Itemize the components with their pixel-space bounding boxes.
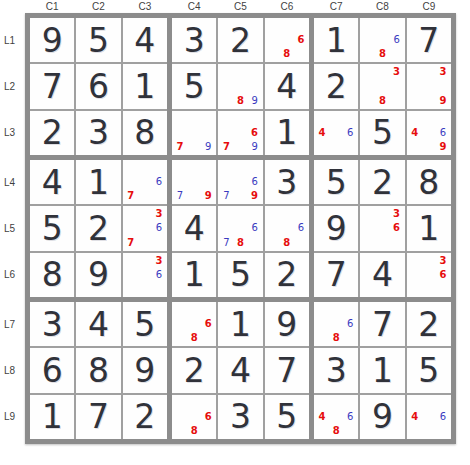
row-label-L1: L1 [0,18,25,62]
candidate-grid: 68 [315,303,357,345]
solved-digit: 5 [184,70,205,103]
cell-L2C6[interactable]: 4 [265,64,309,108]
candidate-8-red: 8 [233,94,247,108]
candidate-8-red: 8 [375,94,389,108]
solved-digit: 1 [134,70,155,103]
solved-digit: 2 [88,212,109,245]
cell-L7C3[interactable]: 5 [123,302,167,346]
cell-L5C2[interactable]: 2 [76,206,120,250]
box-8: 68192476835 [172,302,309,439]
solved-digit: 4 [42,166,63,199]
cell-L2C5[interactable]: 89 [218,64,262,108]
solved-digit: 2 [184,354,205,387]
cell-L2C2[interactable]: 6 [76,64,120,108]
cell-L8C4[interactable]: 2 [172,348,216,392]
box-9: 6872315468946 [314,302,451,439]
solved-digit: 2 [372,166,393,199]
solved-digit: 6 [88,70,109,103]
solved-digit: 2 [42,116,63,149]
column-label-C5: C5 [218,0,262,13]
cell-L7C4[interactable]: 68 [172,302,216,346]
solved-digit: 7 [42,70,63,103]
cell-L9C2[interactable]: 7 [76,395,120,439]
cell-L5C7[interactable]: 9 [314,206,358,250]
candidate-9-blue: 9 [248,94,262,108]
cell-L9C3[interactable]: 2 [123,395,167,439]
candidate-grid: 678 [219,207,261,249]
candidate-9-red: 9 [436,94,450,108]
solved-digit: 4 [372,258,393,291]
solved-digit: 5 [42,212,63,245]
candidate-3-red: 3 [436,65,450,79]
solved-digit: 5 [134,308,155,341]
box-7: 345689172 [30,302,167,439]
cell-L7C2[interactable]: 4 [76,302,120,346]
column-labels: C1C2C3C4C5C6C7C8C9 [25,0,456,13]
box-6: 52893617436 [314,160,451,297]
candidate-9-blue: 9 [201,140,215,154]
candidate-6-red: 6 [201,410,215,424]
box-2: 32685894796791 [172,18,309,155]
row-label-group: L4L5L6 [0,160,25,297]
solved-digit: 2 [134,400,155,433]
cell-L8C6[interactable]: 7 [265,348,309,392]
cell-L4C5[interactable]: 679 [218,160,262,204]
cell-L4C8[interactable]: 2 [360,160,404,204]
column-label-group: C4C5C6 [172,0,309,13]
candidate-grid: 679 [219,112,261,154]
candidate-8-red: 8 [187,331,201,345]
candidate-3-red: 3 [436,254,450,268]
candidate-9-red: 9 [201,189,215,203]
cell-L4C9[interactable]: 8 [407,160,451,204]
solved-digit: 1 [184,258,205,291]
cell-L5C3[interactable]: 367 [123,206,167,250]
row-label-L7: L7 [0,302,25,346]
candidate-grid: 67 [124,161,166,203]
cell-L2C7[interactable]: 2 [314,64,358,108]
cell-L6C3[interactable]: 36 [123,253,167,297]
box-1: 954761238 [30,18,167,155]
cell-L1C5[interactable]: 2 [218,18,262,62]
solved-digit: 7 [276,354,297,387]
solved-digit: 2 [276,258,297,291]
cell-L7C6[interactable]: 9 [265,302,309,346]
solved-digit: 7 [88,400,109,433]
cell-L4C1[interactable]: 4 [30,160,74,204]
candidate-8-red: 8 [233,236,247,250]
cell-L5C1[interactable]: 5 [30,206,74,250]
solved-digit: 1 [230,308,251,341]
solved-digit: 5 [372,116,393,149]
cell-L8C1[interactable]: 6 [30,348,74,392]
candidate-grid: 36 [408,254,450,296]
candidate-6-red: 6 [436,268,450,282]
candidate-6-red: 6 [248,126,262,140]
candidate-6-blue: 6 [343,410,357,424]
cell-L2C4[interactable]: 5 [172,64,216,108]
candidate-grid: 68 [173,303,215,345]
solved-digit: 8 [418,166,439,199]
solved-digit: 5 [418,354,439,387]
candidate-8-red: 8 [187,424,201,438]
solved-digit: 9 [276,308,297,341]
candidate-6-blue: 6 [294,221,308,235]
candidate-6-red: 6 [390,221,404,235]
cell-L3C2[interactable]: 3 [76,111,120,155]
cell-L6C1[interactable]: 8 [30,253,74,297]
candidate-grid: 468 [315,396,357,438]
cell-L3C8[interactable]: 5 [360,111,404,155]
candidate-9-blue: 9 [248,140,262,154]
cell-L6C7[interactable]: 7 [314,253,358,297]
cell-L7C9[interactable]: 2 [407,302,451,346]
cell-L5C5[interactable]: 678 [218,206,262,250]
cell-L9C9[interactable]: 46 [407,395,451,439]
solved-digit: 3 [276,166,297,199]
candidate-7-red: 7 [124,189,138,203]
cell-L6C4[interactable]: 1 [172,253,216,297]
row-label-L9: L9 [0,395,25,439]
candidate-3-red: 3 [152,207,166,221]
candidate-grid: 79 [173,161,215,203]
cell-L6C2[interactable]: 9 [76,253,120,297]
candidate-6-red: 6 [201,317,215,331]
solved-digit: 4 [134,24,155,57]
cell-L8C9[interactable]: 5 [407,348,451,392]
solved-digit: 1 [88,166,109,199]
candidate-7-red: 7 [124,236,138,250]
sudoku-board: 9547612383268589479679116872383946546941… [25,13,456,444]
cell-L2C9[interactable]: 39 [407,64,451,108]
candidate-4-red: 4 [408,410,422,424]
column-label-C2: C2 [76,0,120,13]
cell-L9C8[interactable]: 9 [360,395,404,439]
solved-digit: 4 [88,308,109,341]
candidate-6-blue: 6 [436,410,450,424]
column-label-C7: C7 [314,0,358,13]
cell-L5C4[interactable]: 4 [172,206,216,250]
cell-L4C4[interactable]: 79 [172,160,216,204]
candidate-7-blue: 7 [219,236,233,250]
candidate-6-blue: 6 [152,221,166,235]
candidate-7-blue: 7 [219,189,233,203]
cell-L1C2[interactable]: 5 [76,18,120,62]
candidate-9-red: 9 [248,189,262,203]
candidate-8-red: 8 [280,47,294,61]
column-label-C6: C6 [265,0,309,13]
cell-L4C7[interactable]: 5 [314,160,358,204]
cell-L9C7[interactable]: 468 [314,395,358,439]
candidate-4-red: 4 [315,410,329,424]
cell-L9C1[interactable]: 1 [30,395,74,439]
candidate-6-blue: 6 [436,126,450,140]
solved-digit: 4 [230,354,251,387]
candidate-grid: 79 [173,112,215,154]
cell-L8C8[interactable]: 1 [360,348,404,392]
box-3: 168723839465469 [314,18,451,155]
candidate-grid: 68 [173,396,215,438]
candidate-7-blue: 7 [173,189,187,203]
cell-L1C9[interactable]: 7 [407,18,451,62]
row-label-L4: L4 [0,160,25,204]
candidate-6-blue: 6 [343,317,357,331]
solved-digit: 3 [230,400,251,433]
cell-L3C7[interactable]: 46 [314,111,358,155]
candidate-8-red: 8 [280,236,294,250]
cell-L3C3[interactable]: 8 [123,111,167,155]
cell-L4C2[interactable]: 1 [76,160,120,204]
cell-L1C8[interactable]: 68 [360,18,404,62]
cell-L6C5[interactable]: 5 [218,253,262,297]
solved-digit: 7 [418,24,439,57]
solved-digit: 4 [184,212,205,245]
candidate-grid: 469 [408,112,450,154]
cell-L9C5[interactable]: 3 [218,395,262,439]
cell-L7C7[interactable]: 68 [314,302,358,346]
column-label-C8: C8 [360,0,404,13]
row-label-L3: L3 [0,111,25,155]
row-label-L5: L5 [0,206,25,250]
candidate-grid: 36 [361,207,403,249]
cell-L8C2[interactable]: 8 [76,348,120,392]
solved-digit: 6 [42,354,63,387]
solved-digit: 7 [326,258,347,291]
candidate-7-red: 7 [173,140,187,154]
solved-digit: 9 [326,212,347,245]
cell-L6C6[interactable]: 2 [265,253,309,297]
box-4: 4167523678936 [30,160,167,297]
solved-digit: 1 [326,24,347,57]
candidate-6-blue: 6 [343,126,357,140]
solved-digit: 7 [372,308,393,341]
candidate-8-red: 8 [329,424,343,438]
solved-digit: 5 [88,24,109,57]
row-label-L8: L8 [0,348,25,392]
candidate-grid: 68 [266,207,308,249]
candidate-grid: 89 [219,65,261,107]
cell-L5C9[interactable]: 1 [407,206,451,250]
solved-digit: 5 [276,400,297,433]
cell-L1C3[interactable]: 4 [123,18,167,62]
solved-digit: 2 [418,308,439,341]
candidate-grid: 38 [361,65,403,107]
solved-digit: 1 [418,212,439,245]
candidate-grid: 367 [124,207,166,249]
candidate-3-red: 3 [390,207,404,221]
cell-L9C4[interactable]: 68 [172,395,216,439]
cell-L8C7[interactable]: 3 [314,348,358,392]
candidate-9-red: 9 [436,140,450,154]
solved-digit: 8 [134,116,155,149]
solved-digit: 2 [326,70,347,103]
cell-L6C9[interactable]: 36 [407,253,451,297]
cell-L3C6[interactable]: 1 [265,111,309,155]
cell-L8C3[interactable]: 9 [123,348,167,392]
box-5: 796793467868152 [172,160,309,297]
cell-L1C7[interactable]: 1 [314,18,358,62]
solved-digit: 8 [42,258,63,291]
row-label-L2: L2 [0,64,25,108]
solved-digit: 5 [326,166,347,199]
cell-L4C3[interactable]: 67 [123,160,167,204]
sudoku-app: C1C2C3C4C5C6C7C8C9 L1L2L3L4L5L6L7L8L9 95… [0,0,470,465]
row-label-group: L7L8L9 [0,302,25,439]
solved-digit: 3 [326,354,347,387]
solved-digit: 2 [230,24,251,57]
solved-digit: 3 [42,308,63,341]
candidate-6-blue: 6 [152,175,166,189]
candidate-grid: 68 [266,19,308,61]
candidate-grid: 679 [219,161,261,203]
cell-L6C8[interactable]: 4 [360,253,404,297]
column-label-C9: C9 [407,0,451,13]
solved-digit: 1 [372,354,393,387]
column-label-C1: C1 [30,0,74,13]
candidate-3-red: 3 [152,254,166,268]
candidate-grid: 68 [361,19,403,61]
solved-digit: 9 [42,24,63,57]
cell-L1C1[interactable]: 9 [30,18,74,62]
candidate-4-red: 4 [408,126,422,140]
solved-digit: 8 [88,354,109,387]
candidate-8-red: 8 [375,47,389,61]
candidate-6-blue: 6 [390,33,404,47]
cell-L2C8[interactable]: 38 [360,64,404,108]
candidate-grid: 46 [408,396,450,438]
cell-L3C1[interactable]: 2 [30,111,74,155]
solved-digit: 9 [372,400,393,433]
candidate-6-blue: 6 [248,221,262,235]
candidate-6-red: 6 [294,33,308,47]
candidate-6-blue: 6 [152,268,166,282]
cell-L2C1[interactable]: 7 [30,64,74,108]
candidate-grid: 36 [124,254,166,296]
row-label-L6: L6 [0,253,25,297]
row-labels: L1L2L3L4L5L6L7L8L9 [0,13,25,444]
cell-L1C6[interactable]: 68 [265,18,309,62]
cell-L5C8[interactable]: 36 [360,206,404,250]
solved-digit: 3 [184,24,205,57]
solved-digit: 3 [88,116,109,149]
column-label-C3: C3 [123,0,167,13]
cell-L4C6[interactable]: 3 [265,160,309,204]
solved-digit: 1 [42,400,63,433]
candidate-7-red: 7 [219,140,233,154]
candidate-6-blue: 6 [248,175,262,189]
cell-L3C5[interactable]: 679 [218,111,262,155]
solved-digit: 9 [88,258,109,291]
candidate-4-red: 4 [315,126,329,140]
candidate-grid: 46 [315,112,357,154]
column-label-group: C1C2C3 [30,0,167,13]
column-label-C4: C4 [172,0,216,13]
cell-L5C6[interactable]: 68 [265,206,309,250]
candidate-8-red: 8 [329,331,343,345]
candidate-3-red: 3 [390,65,404,79]
column-label-group: C7C8C9 [314,0,451,13]
cell-L7C5[interactable]: 1 [218,302,262,346]
solved-digit: 1 [276,116,297,149]
solved-digit: 5 [230,258,251,291]
cell-L1C4[interactable]: 3 [172,18,216,62]
cell-L2C3[interactable]: 1 [123,64,167,108]
cell-L8C5[interactable]: 4 [218,348,262,392]
cell-L3C9[interactable]: 469 [407,111,451,155]
row-label-group: L1L2L3 [0,18,25,155]
solved-digit: 4 [276,70,297,103]
cell-L3C4[interactable]: 79 [172,111,216,155]
cell-L7C1[interactable]: 3 [30,302,74,346]
solved-digit: 9 [134,354,155,387]
candidate-grid: 39 [408,65,450,107]
cell-L7C8[interactable]: 7 [360,302,404,346]
cell-L9C6[interactable]: 5 [265,395,309,439]
